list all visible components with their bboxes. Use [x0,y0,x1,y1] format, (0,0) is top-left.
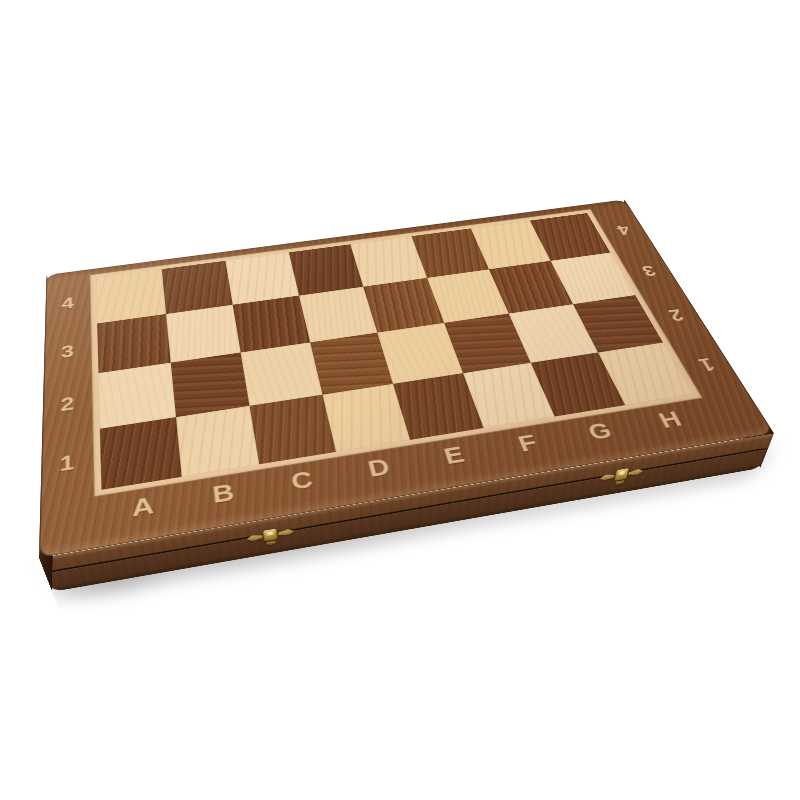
square-b3 [166,304,241,362]
clasp-latch-hook [615,480,624,485]
rank-label-right-1: 1 [669,335,743,393]
clasp-wing-left [599,473,615,481]
square-c2 [241,342,322,405]
square-b1 [175,405,259,476]
clasp-wing-left [246,534,263,542]
rank-labels-left: 4321 [41,279,94,500]
square-b2 [170,352,249,416]
clasp-body [262,528,278,542]
rank-label-left-4: 4 [45,279,90,331]
square-e1 [393,373,483,440]
square-a3 [97,314,170,373]
chessboard-half-grid [96,213,693,490]
square-a1 [100,417,181,490]
product-photo-scene: 4321 4321 ABCDEFGH [0,0,800,800]
clasp-body [613,467,629,481]
clasp-wing-right [278,528,294,536]
square-g1 [531,352,625,416]
square-d1 [322,384,410,452]
clasp-right-brass-latch [599,465,643,485]
square-c1 [249,394,335,464]
clasp-latch-hook [267,540,276,545]
square-h1 [597,342,693,405]
clasp-left-brass-latch [247,525,294,545]
square-a2 [98,363,175,429]
clasp-wing-right [628,468,644,476]
rank-label-left-3: 3 [44,324,91,381]
rank-label-left-1: 1 [41,430,94,500]
rank-label-left-2: 2 [42,374,92,437]
square-f1 [462,362,554,428]
